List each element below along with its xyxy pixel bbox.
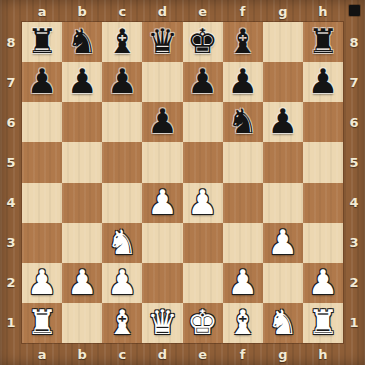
square-h4[interactable] — [303, 183, 343, 223]
piece-white-bishop: ♝ — [227, 305, 257, 339]
square-d5[interactable] — [142, 142, 182, 182]
square-e1[interactable]: ♚ — [183, 303, 223, 343]
square-a2[interactable]: ♟ — [22, 263, 62, 303]
square-c7[interactable]: ♟ — [102, 62, 142, 102]
square-f1[interactable]: ♝ — [223, 303, 263, 343]
piece-white-rook: ♜ — [27, 305, 57, 339]
piece-white-pawn: ♟ — [187, 185, 217, 219]
square-g4[interactable] — [263, 183, 303, 223]
rank-label: 8 — [0, 22, 22, 62]
file-label: h — [303, 343, 343, 365]
file-label: c — [102, 343, 142, 365]
rank-label: 7 — [0, 62, 22, 102]
file-label: e — [183, 0, 223, 22]
piece-white-queen: ♛ — [147, 305, 177, 339]
file-labels-top: abcdefgh — [22, 0, 343, 22]
piece-black-rook: ♜ — [308, 24, 338, 58]
rank-label: 5 — [343, 142, 365, 182]
square-b6[interactable] — [62, 102, 102, 142]
square-d8[interactable]: ♛ — [142, 22, 182, 62]
square-c5[interactable] — [102, 142, 142, 182]
rank-label: 1 — [343, 303, 365, 343]
square-f4[interactable] — [223, 183, 263, 223]
rank-label: 2 — [343, 263, 365, 303]
square-h2[interactable]: ♟ — [303, 263, 343, 303]
square-d2[interactable] — [142, 263, 182, 303]
square-e3[interactable] — [183, 223, 223, 263]
file-labels-bottom: abcdefgh — [22, 343, 343, 365]
piece-black-queen: ♛ — [147, 24, 177, 58]
square-e2[interactable] — [183, 263, 223, 303]
square-d3[interactable] — [142, 223, 182, 263]
square-e8[interactable]: ♚ — [183, 22, 223, 62]
rank-label: 4 — [0, 183, 22, 223]
piece-white-pawn: ♟ — [107, 265, 137, 299]
piece-white-pawn: ♟ — [227, 265, 257, 299]
piece-white-pawn: ♟ — [27, 265, 57, 299]
piece-black-rook: ♜ — [27, 24, 57, 58]
square-g6[interactable]: ♟ — [263, 102, 303, 142]
square-b7[interactable]: ♟ — [62, 62, 102, 102]
square-a4[interactable] — [22, 183, 62, 223]
file-label: f — [223, 0, 263, 22]
rank-label: 4 — [343, 183, 365, 223]
piece-white-pawn: ♟ — [268, 225, 298, 259]
piece-white-pawn: ♟ — [147, 185, 177, 219]
piece-black-pawn: ♟ — [227, 64, 257, 98]
square-h5[interactable] — [303, 142, 343, 182]
square-c6[interactable] — [102, 102, 142, 142]
piece-black-pawn: ♟ — [27, 64, 57, 98]
square-g8[interactable] — [263, 22, 303, 62]
rank-label: 8 — [343, 22, 365, 62]
square-d6[interactable]: ♟ — [142, 102, 182, 142]
piece-white-knight: ♞ — [107, 225, 137, 259]
piece-black-pawn: ♟ — [187, 64, 217, 98]
square-e5[interactable] — [183, 142, 223, 182]
square-d7[interactable] — [142, 62, 182, 102]
square-a1[interactable]: ♜ — [22, 303, 62, 343]
piece-white-pawn: ♟ — [67, 265, 97, 299]
file-label: c — [102, 0, 142, 22]
square-a5[interactable] — [22, 142, 62, 182]
square-b5[interactable] — [62, 142, 102, 182]
piece-black-bishop: ♝ — [227, 24, 257, 58]
file-label: a — [22, 0, 62, 22]
square-e7[interactable]: ♟ — [183, 62, 223, 102]
rank-label: 2 — [0, 263, 22, 303]
square-a6[interactable] — [22, 102, 62, 142]
square-f5[interactable] — [223, 142, 263, 182]
square-c2[interactable]: ♟ — [102, 263, 142, 303]
square-a8[interactable]: ♜ — [22, 22, 62, 62]
square-g5[interactable] — [263, 142, 303, 182]
square-h7[interactable]: ♟ — [303, 62, 343, 102]
piece-white-bishop: ♝ — [107, 305, 137, 339]
rank-label: 3 — [0, 223, 22, 263]
square-h8[interactable]: ♜ — [303, 22, 343, 62]
file-label: d — [142, 0, 182, 22]
square-g2[interactable] — [263, 263, 303, 303]
square-b2[interactable]: ♟ — [62, 263, 102, 303]
square-f7[interactable]: ♟ — [223, 62, 263, 102]
file-label: a — [22, 343, 62, 365]
piece-black-knight: ♞ — [227, 104, 257, 138]
square-c4[interactable] — [102, 183, 142, 223]
chess-board-widget: abcdefgh abcdefgh 87654321 87654321 ♜♞♝♛… — [0, 0, 365, 365]
piece-black-pawn: ♟ — [147, 104, 177, 138]
file-label: d — [142, 343, 182, 365]
square-a3[interactable] — [22, 223, 62, 263]
square-e4[interactable]: ♟ — [183, 183, 223, 223]
file-label: b — [62, 343, 102, 365]
square-g3[interactable]: ♟ — [263, 223, 303, 263]
square-f8[interactable]: ♝ — [223, 22, 263, 62]
piece-black-bishop: ♝ — [107, 24, 137, 58]
file-label: b — [62, 0, 102, 22]
piece-black-pawn: ♟ — [268, 104, 298, 138]
piece-black-pawn: ♟ — [107, 64, 137, 98]
square-f6[interactable]: ♞ — [223, 102, 263, 142]
square-c8[interactable]: ♝ — [102, 22, 142, 62]
file-label: g — [263, 0, 303, 22]
square-h6[interactable] — [303, 102, 343, 142]
file-label: h — [303, 0, 343, 22]
square-c3[interactable]: ♞ — [102, 223, 142, 263]
rank-label: 5 — [0, 142, 22, 182]
square-d4[interactable]: ♟ — [142, 183, 182, 223]
square-a7[interactable]: ♟ — [22, 62, 62, 102]
piece-white-king: ♚ — [187, 305, 217, 339]
rank-label: 6 — [0, 102, 22, 142]
rank-label: 3 — [343, 223, 365, 263]
rank-labels-right: 87654321 — [343, 22, 365, 343]
file-label: f — [223, 343, 263, 365]
square-b3[interactable] — [62, 223, 102, 263]
rank-labels-left: 87654321 — [0, 22, 22, 343]
piece-black-knight: ♞ — [67, 24, 97, 58]
piece-white-knight: ♞ — [268, 305, 298, 339]
square-f2[interactable]: ♟ — [223, 263, 263, 303]
piece-white-rook: ♜ — [308, 305, 338, 339]
square-e6[interactable] — [183, 102, 223, 142]
piece-white-pawn: ♟ — [308, 265, 338, 299]
file-label: g — [263, 343, 303, 365]
piece-black-pawn: ♟ — [67, 64, 97, 98]
square-b4[interactable] — [62, 183, 102, 223]
square-b8[interactable]: ♞ — [62, 22, 102, 62]
rank-label: 6 — [343, 102, 365, 142]
rank-label: 7 — [343, 62, 365, 102]
side-to-move-indicator — [349, 5, 360, 16]
file-label: e — [183, 343, 223, 365]
square-h1[interactable]: ♜ — [303, 303, 343, 343]
square-d1[interactable]: ♛ — [142, 303, 182, 343]
square-g7[interactable] — [263, 62, 303, 102]
square-g1[interactable]: ♞ — [263, 303, 303, 343]
piece-black-king: ♚ — [187, 24, 217, 58]
square-f3[interactable] — [223, 223, 263, 263]
rank-label: 1 — [0, 303, 22, 343]
board-grid: ♜♞♝♛♚♝♜♟♟♟♟♟♟♟♞♟♟♟♞♟♟♟♟♟♟♜♝♛♚♝♞♜ — [22, 22, 343, 343]
square-h3[interactable] — [303, 223, 343, 263]
square-b1[interactable] — [62, 303, 102, 343]
square-c1[interactable]: ♝ — [102, 303, 142, 343]
piece-black-pawn: ♟ — [308, 64, 338, 98]
